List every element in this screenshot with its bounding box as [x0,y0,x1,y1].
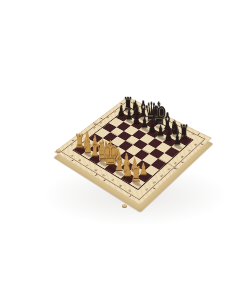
board-foot [122,204,127,208]
board-frame: abcdefgh abcdefgh 87654321 87654321 ♜♞♝♛… [54,96,212,205]
white-rook-icon: ♜ [123,163,150,183]
scene: abcdefgh abcdefgh 87654321 87654321 ♜♞♝♛… [0,0,240,303]
board-foot [56,149,61,153]
black-pawn-icon: ♟ [165,131,190,146]
chess-board: abcdefgh abcdefgh 87654321 87654321 ♜♞♝♛… [54,96,212,205]
product-photo-background: abcdefgh abcdefgh 87654321 87654321 ♜♞♝♛… [0,0,240,303]
